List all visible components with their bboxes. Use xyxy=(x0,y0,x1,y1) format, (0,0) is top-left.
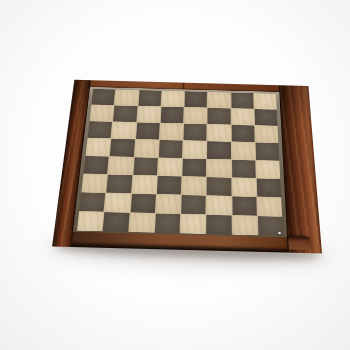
square-h8[interactable] xyxy=(254,93,277,109)
square-e4[interactable] xyxy=(182,158,206,176)
square-d3[interactable] xyxy=(157,176,182,195)
square-a6[interactable] xyxy=(88,121,113,138)
board-center xyxy=(71,80,288,252)
square-f1[interactable] xyxy=(206,215,231,235)
square-g3[interactable] xyxy=(232,178,256,197)
square-h7[interactable] xyxy=(254,109,277,126)
square-a1[interactable] xyxy=(77,211,104,231)
square-c3[interactable] xyxy=(132,175,157,194)
square-c7[interactable] xyxy=(137,106,161,123)
square-f8[interactable] xyxy=(208,92,230,108)
square-h5[interactable] xyxy=(255,143,279,161)
square-d1[interactable] xyxy=(155,213,181,233)
square-b5[interactable] xyxy=(110,139,135,157)
game-board xyxy=(52,0,330,254)
square-f4[interactable] xyxy=(207,159,231,177)
square-b7[interactable] xyxy=(113,106,137,123)
square-f2[interactable] xyxy=(207,196,232,215)
square-b4[interactable] xyxy=(108,156,133,174)
square-a7[interactable] xyxy=(90,105,114,122)
paint-chip xyxy=(278,232,281,234)
square-e3[interactable] xyxy=(182,176,206,195)
square-g7[interactable] xyxy=(231,109,254,126)
square-c4[interactable] xyxy=(133,157,158,175)
square-b8[interactable] xyxy=(115,90,139,106)
wood-seam xyxy=(183,83,185,90)
square-d8[interactable] xyxy=(161,91,184,107)
square-c6[interactable] xyxy=(136,123,160,140)
square-h3[interactable] xyxy=(256,178,281,197)
square-f7[interactable] xyxy=(208,108,231,125)
square-d7[interactable] xyxy=(160,107,183,124)
square-e8[interactable] xyxy=(185,91,208,107)
square-a8[interactable] xyxy=(91,89,115,105)
square-f6[interactable] xyxy=(207,125,230,142)
square-b2[interactable] xyxy=(105,193,131,212)
square-h2[interactable] xyxy=(257,197,282,216)
square-d6[interactable] xyxy=(160,123,184,140)
square-e6[interactable] xyxy=(183,124,206,141)
square-c5[interactable] xyxy=(134,140,158,158)
square-c2[interactable] xyxy=(130,194,156,213)
square-f3[interactable] xyxy=(207,177,231,196)
square-h4[interactable] xyxy=(256,160,280,178)
square-e1[interactable] xyxy=(181,214,206,234)
square-a2[interactable] xyxy=(79,192,105,211)
square-g1[interactable] xyxy=(232,215,257,235)
square-h1[interactable] xyxy=(258,216,284,236)
square-g6[interactable] xyxy=(231,125,254,142)
board-grid xyxy=(77,89,283,236)
square-e7[interactable] xyxy=(184,107,207,124)
square-e2[interactable] xyxy=(181,195,206,214)
square-e5[interactable] xyxy=(183,141,207,159)
square-g8[interactable] xyxy=(231,93,254,109)
board-scene xyxy=(52,80,322,254)
playing-surface xyxy=(73,87,287,237)
square-b1[interactable] xyxy=(103,212,129,232)
rail-end-notch xyxy=(288,237,310,250)
square-d4[interactable] xyxy=(158,158,182,176)
square-c8[interactable] xyxy=(138,90,161,106)
square-d2[interactable] xyxy=(156,194,181,213)
square-a5[interactable] xyxy=(86,138,111,156)
square-h6[interactable] xyxy=(255,126,279,143)
square-b3[interactable] xyxy=(107,174,132,193)
square-b6[interactable] xyxy=(112,122,136,139)
square-g2[interactable] xyxy=(232,196,257,215)
square-f5[interactable] xyxy=(207,142,230,160)
square-d5[interactable] xyxy=(159,140,183,158)
square-c1[interactable] xyxy=(129,213,155,233)
square-g4[interactable] xyxy=(232,160,256,178)
photo-background xyxy=(0,0,350,350)
square-a3[interactable] xyxy=(81,174,107,193)
square-g5[interactable] xyxy=(231,142,255,160)
square-a4[interactable] xyxy=(84,156,109,174)
